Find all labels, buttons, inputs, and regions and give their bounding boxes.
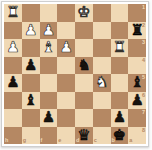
square-c2[interactable] <box>93 22 111 40</box>
square-f5[interactable] <box>40 74 58 92</box>
square-f3[interactable]: ♝ <box>40 39 58 57</box>
square-g2[interactable]: ♟ <box>22 22 40 40</box>
file-label-h: h <box>5 138 8 144</box>
rank-label-7: 7 <box>142 110 145 116</box>
square-e3[interactable]: ♟ <box>57 39 75 57</box>
square-e4[interactable] <box>57 57 75 75</box>
square-c4[interactable] <box>93 57 111 75</box>
piece-black-pawn[interactable]: ♟ <box>6 75 19 90</box>
square-h7[interactable] <box>4 109 22 127</box>
piece-black-pawn[interactable]: ♟ <box>42 110 55 125</box>
square-a5[interactable]: ♝5 <box>128 74 146 92</box>
rank-label-6: 6 <box>142 93 145 99</box>
square-h8[interactable]: h <box>4 127 22 145</box>
square-e1[interactable] <box>57 4 75 22</box>
square-a3[interactable]: 3 <box>128 39 146 57</box>
square-a4[interactable]: 4 <box>128 57 146 75</box>
square-c7[interactable] <box>93 109 111 127</box>
rank-label-2: 2 <box>142 23 145 29</box>
square-a7[interactable]: 7 <box>128 109 146 127</box>
square-g4[interactable]: ♟ <box>22 57 40 75</box>
square-d1[interactable]: ♚ <box>75 4 93 22</box>
square-b6[interactable] <box>111 92 129 110</box>
rank-label-8: 8 <box>142 128 145 134</box>
square-g3[interactable] <box>22 39 40 57</box>
piece-white-pawn[interactable]: ♟ <box>6 40 19 55</box>
file-label-a: a <box>129 138 132 144</box>
square-c5[interactable]: ♞ <box>93 74 111 92</box>
piece-white-king[interactable]: ♚ <box>77 5 90 20</box>
square-d3[interactable] <box>75 39 93 57</box>
square-c1[interactable] <box>93 4 111 22</box>
square-h6[interactable] <box>4 92 22 110</box>
square-c8[interactable]: c <box>93 127 111 145</box>
rank-label-5: 5 <box>142 75 145 81</box>
square-g7[interactable] <box>22 109 40 127</box>
chess-board-frame: ♜♚1♟♟♜2♟♝♟♜3♟♞4♟♞♝5♝♟6♟♟7hgfe♛dc♚ba8 <box>1 1 149 147</box>
file-label-e: e <box>58 138 61 144</box>
square-h1[interactable]: ♜ <box>4 4 22 22</box>
square-e6[interactable] <box>57 92 75 110</box>
square-c6[interactable] <box>93 92 111 110</box>
chess-board: ♜♚1♟♟♜2♟♝♟♜3♟♞4♟♞♝5♝♟6♟♟7hgfe♛dc♚ba8 <box>4 4 146 144</box>
square-a8[interactable]: a8 <box>128 127 146 145</box>
square-g1[interactable] <box>22 4 40 22</box>
square-f2[interactable]: ♟ <box>40 22 58 40</box>
piece-black-knight[interactable]: ♞ <box>77 57 90 72</box>
square-h2[interactable] <box>4 22 22 40</box>
piece-white-rook[interactable]: ♜ <box>6 5 19 20</box>
piece-black-pawn[interactable]: ♟ <box>113 110 126 125</box>
square-d6[interactable] <box>75 92 93 110</box>
square-e7[interactable] <box>57 109 75 127</box>
square-b3[interactable]: ♜ <box>111 39 129 57</box>
piece-black-bishop[interactable]: ♝ <box>24 92 37 107</box>
square-b8[interactable]: ♚b <box>111 127 129 145</box>
piece-black-pawn[interactable]: ♟ <box>24 57 37 72</box>
square-a6[interactable]: ♟6 <box>128 92 146 110</box>
piece-white-pawn[interactable]: ♟ <box>24 22 37 37</box>
square-d5[interactable] <box>75 74 93 92</box>
piece-white-pawn[interactable]: ♟ <box>59 40 72 55</box>
square-b5[interactable] <box>111 74 129 92</box>
piece-white-knight[interactable]: ♞ <box>95 75 108 90</box>
file-label-d: d <box>76 138 79 144</box>
square-h5[interactable]: ♟ <box>4 74 22 92</box>
square-h4[interactable] <box>4 57 22 75</box>
file-label-g: g <box>23 138 26 144</box>
square-f4[interactable] <box>40 57 58 75</box>
square-d7[interactable] <box>75 109 93 127</box>
square-f7[interactable]: ♟ <box>40 109 58 127</box>
piece-white-bishop[interactable]: ♝ <box>42 40 55 55</box>
square-b7[interactable]: ♟ <box>111 109 129 127</box>
rank-label-1: 1 <box>142 5 145 11</box>
square-b1[interactable] <box>111 4 129 22</box>
square-g8[interactable]: g <box>22 127 40 145</box>
square-d4[interactable]: ♞ <box>75 57 93 75</box>
square-h3[interactable]: ♟ <box>4 39 22 57</box>
file-label-c: c <box>94 138 97 144</box>
square-b4[interactable] <box>111 57 129 75</box>
square-d8[interactable]: ♛d <box>75 127 93 145</box>
piece-white-pawn[interactable]: ♟ <box>42 22 55 37</box>
file-label-f: f <box>41 138 43 144</box>
square-f1[interactable] <box>40 4 58 22</box>
square-f8[interactable]: f <box>40 127 58 145</box>
square-g6[interactable]: ♝ <box>22 92 40 110</box>
square-e2[interactable] <box>57 22 75 40</box>
square-g5[interactable] <box>22 74 40 92</box>
square-d2[interactable] <box>75 22 93 40</box>
square-f6[interactable] <box>40 92 58 110</box>
square-e8[interactable]: e <box>57 127 75 145</box>
square-a2[interactable]: ♜2 <box>128 22 146 40</box>
square-e5[interactable] <box>57 74 75 92</box>
square-a1[interactable]: 1 <box>128 4 146 22</box>
file-label-b: b <box>112 138 115 144</box>
rank-label-4: 4 <box>142 58 145 64</box>
square-c3[interactable] <box>93 39 111 57</box>
rank-label-3: 3 <box>142 40 145 46</box>
square-b2[interactable] <box>111 22 129 40</box>
piece-white-rook[interactable]: ♜ <box>113 40 126 55</box>
